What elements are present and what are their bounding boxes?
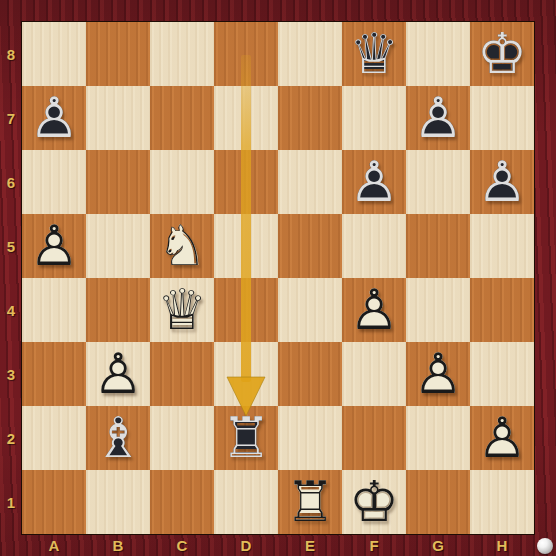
square-c3[interactable] [150, 342, 214, 406]
square-e3[interactable] [278, 342, 342, 406]
square-e6[interactable] [278, 150, 342, 214]
square-g7[interactable]: ♟♙ [406, 86, 470, 150]
square-g4[interactable] [406, 278, 470, 342]
piece-white-pawn-h2[interactable]: ♟♙ [470, 406, 534, 470]
square-e2[interactable] [278, 406, 342, 470]
square-h3[interactable] [470, 342, 534, 406]
square-e7[interactable] [278, 86, 342, 150]
file-label-c: C [150, 534, 214, 556]
rank-label-4: 4 [0, 278, 22, 342]
square-f5[interactable] [342, 214, 406, 278]
square-d8[interactable] [214, 22, 278, 86]
piece-white-rook-e1[interactable]: ♜♖ [278, 470, 342, 534]
piece-black-king-h8[interactable]: ♚♔ [470, 22, 534, 86]
rank-label-7: 7 [0, 86, 22, 150]
piece-white-pawn-g3[interactable]: ♟♙ [406, 342, 470, 406]
square-h5[interactable] [470, 214, 534, 278]
square-d1[interactable] [214, 470, 278, 534]
square-g5[interactable] [406, 214, 470, 278]
square-c8[interactable] [150, 22, 214, 86]
square-e5[interactable] [278, 214, 342, 278]
piece-black-queen-f8[interactable]: ♛♕ [342, 22, 406, 86]
file-label-d: D [214, 534, 278, 556]
rank-label-1: 1 [0, 470, 22, 534]
piece-black-pawn-f6[interactable]: ♟♙ [342, 150, 406, 214]
file-labels: ABCDEFGH [22, 534, 534, 556]
square-f4[interactable]: ♟♙ [342, 278, 406, 342]
square-f3[interactable] [342, 342, 406, 406]
square-f2[interactable] [342, 406, 406, 470]
piece-black-bishop-b2[interactable]: ♝♗ [86, 406, 150, 470]
square-a6[interactable] [22, 150, 86, 214]
square-b2[interactable]: ♝♗ [86, 406, 150, 470]
square-a3[interactable] [22, 342, 86, 406]
square-b7[interactable] [86, 86, 150, 150]
square-f1[interactable]: ♚♔ [342, 470, 406, 534]
square-c6[interactable] [150, 150, 214, 214]
piece-black-pawn-h6[interactable]: ♟♙ [470, 150, 534, 214]
square-g8[interactable] [406, 22, 470, 86]
square-b3[interactable]: ♟♙ [86, 342, 150, 406]
square-f8[interactable]: ♛♕ [342, 22, 406, 86]
white-to-move-indicator [537, 538, 553, 554]
piece-white-king-f1[interactable]: ♚♔ [342, 470, 406, 534]
rank-label-6: 6 [0, 150, 22, 214]
chess-board-frame: ♛♕♚♔♟♙♟♙♟♙♟♙♟♙♞♘♛♕♟♙♟♙♟♙♝♗♜♖♟♙♜♖♚♔ 87654… [0, 0, 556, 556]
square-b6[interactable] [86, 150, 150, 214]
square-d2[interactable]: ♜♖ [214, 406, 278, 470]
rank-label-5: 5 [0, 214, 22, 278]
square-a7[interactable]: ♟♙ [22, 86, 86, 150]
square-e8[interactable] [278, 22, 342, 86]
square-g3[interactable]: ♟♙ [406, 342, 470, 406]
piece-black-rook-d2[interactable]: ♜♖ [214, 406, 278, 470]
square-h1[interactable] [470, 470, 534, 534]
square-e4[interactable] [278, 278, 342, 342]
piece-black-pawn-g7[interactable]: ♟♙ [406, 86, 470, 150]
square-d5[interactable] [214, 214, 278, 278]
piece-white-pawn-a5[interactable]: ♟♙ [22, 214, 86, 278]
file-label-e: E [278, 534, 342, 556]
square-h4[interactable] [470, 278, 534, 342]
square-c1[interactable] [150, 470, 214, 534]
file-label-h: H [470, 534, 534, 556]
square-b8[interactable] [86, 22, 150, 86]
square-h8[interactable]: ♚♔ [470, 22, 534, 86]
square-a5[interactable]: ♟♙ [22, 214, 86, 278]
square-f7[interactable] [342, 86, 406, 150]
square-h2[interactable]: ♟♙ [470, 406, 534, 470]
square-g1[interactable] [406, 470, 470, 534]
piece-white-pawn-f4[interactable]: ♟♙ [342, 278, 406, 342]
square-c7[interactable] [150, 86, 214, 150]
file-label-g: G [406, 534, 470, 556]
file-label-f: F [342, 534, 406, 556]
rank-labels: 87654321 [0, 22, 22, 534]
square-e1[interactable]: ♜♖ [278, 470, 342, 534]
chess-board: ♛♕♚♔♟♙♟♙♟♙♟♙♟♙♞♘♛♕♟♙♟♙♟♙♝♗♜♖♟♙♜♖♚♔ [22, 22, 534, 534]
square-a4[interactable] [22, 278, 86, 342]
square-b4[interactable] [86, 278, 150, 342]
square-d6[interactable] [214, 150, 278, 214]
file-label-b: B [86, 534, 150, 556]
square-b5[interactable] [86, 214, 150, 278]
square-c4[interactable]: ♛♕ [150, 278, 214, 342]
square-a8[interactable] [22, 22, 86, 86]
square-f6[interactable]: ♟♙ [342, 150, 406, 214]
piece-white-queen-c4[interactable]: ♛♕ [150, 278, 214, 342]
square-d7[interactable] [214, 86, 278, 150]
square-g6[interactable] [406, 150, 470, 214]
square-g2[interactable] [406, 406, 470, 470]
square-a1[interactable] [22, 470, 86, 534]
square-b1[interactable] [86, 470, 150, 534]
rank-label-8: 8 [0, 22, 22, 86]
square-h6[interactable]: ♟♙ [470, 150, 534, 214]
piece-black-pawn-a7[interactable]: ♟♙ [22, 86, 86, 150]
rank-label-2: 2 [0, 406, 22, 470]
piece-white-knight-c5[interactable]: ♞♘ [150, 214, 214, 278]
square-d4[interactable] [214, 278, 278, 342]
square-c5[interactable]: ♞♘ [150, 214, 214, 278]
rank-label-3: 3 [0, 342, 22, 406]
square-h7[interactable] [470, 86, 534, 150]
square-c2[interactable] [150, 406, 214, 470]
square-d3[interactable] [214, 342, 278, 406]
square-a2[interactable] [22, 406, 86, 470]
piece-white-pawn-b3[interactable]: ♟♙ [86, 342, 150, 406]
file-label-a: A [22, 534, 86, 556]
